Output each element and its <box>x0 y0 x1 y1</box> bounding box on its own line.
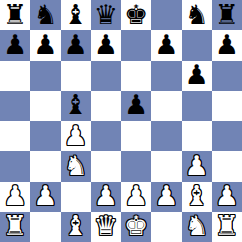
piece-white-pawn[interactable]: ♟ <box>33 182 57 209</box>
square-d4[interactable] <box>91 121 121 151</box>
square-h1[interactable]: ♜ <box>212 212 242 242</box>
piece-white-pawn[interactable]: ♟ <box>124 182 148 209</box>
square-a5[interactable] <box>0 91 30 121</box>
square-e2[interactable]: ♟ <box>121 182 151 212</box>
piece-black-pawn[interactable]: ♟ <box>33 31 57 58</box>
square-d6[interactable] <box>91 61 121 91</box>
piece-black-pawn[interactable]: ♟ <box>185 61 209 88</box>
square-h4[interactable] <box>212 121 242 151</box>
square-g6[interactable]: ♟ <box>182 61 212 91</box>
square-c2[interactable] <box>61 182 91 212</box>
square-c6[interactable] <box>61 61 91 91</box>
piece-black-queen[interactable]: ♛ <box>94 1 118 28</box>
square-a8[interactable]: ♜ <box>0 0 30 30</box>
piece-black-knight[interactable]: ♞ <box>33 1 57 28</box>
piece-black-knight[interactable]: ♞ <box>185 1 209 28</box>
square-c8[interactable]: ♝ <box>61 0 91 30</box>
square-a4[interactable] <box>0 121 30 151</box>
square-g1[interactable]: ♞ <box>182 212 212 242</box>
square-g4[interactable] <box>182 121 212 151</box>
piece-white-pawn[interactable]: ♟ <box>3 182 27 209</box>
square-d7[interactable]: ♟ <box>91 30 121 60</box>
square-h2[interactable]: ♟ <box>212 182 242 212</box>
square-b7[interactable]: ♟ <box>30 30 60 60</box>
square-a7[interactable]: ♟ <box>0 30 30 60</box>
piece-black-pawn[interactable]: ♟ <box>3 31 27 58</box>
square-a3[interactable] <box>0 151 30 181</box>
square-f1[interactable] <box>151 212 181 242</box>
piece-black-pawn[interactable]: ♟ <box>124 91 148 118</box>
piece-black-pawn[interactable]: ♟ <box>94 31 118 58</box>
square-h6[interactable] <box>212 61 242 91</box>
square-f5[interactable] <box>151 91 181 121</box>
square-d1[interactable]: ♛ <box>91 212 121 242</box>
piece-black-bishop[interactable]: ♝ <box>64 91 88 118</box>
square-h3[interactable] <box>212 151 242 181</box>
square-e7[interactable] <box>121 30 151 60</box>
square-g5[interactable] <box>182 91 212 121</box>
piece-black-pawn[interactable]: ♟ <box>64 31 88 58</box>
square-f8[interactable] <box>151 0 181 30</box>
square-a6[interactable] <box>0 61 30 91</box>
square-b6[interactable] <box>30 61 60 91</box>
piece-white-pawn[interactable]: ♟ <box>94 182 118 209</box>
piece-black-pawn[interactable]: ♟ <box>154 31 178 58</box>
piece-black-king[interactable]: ♚ <box>124 1 148 28</box>
chess-board: ♜♞♝♛♚♞♜♟♟♟♟♟♟♟♝♟♟♞♟♟♟♟♟♟♝♟♜♝♛♚♞♜ <box>0 0 242 242</box>
square-c4[interactable]: ♟ <box>61 121 91 151</box>
piece-white-pawn[interactable]: ♟ <box>185 152 209 179</box>
square-d5[interactable] <box>91 91 121 121</box>
square-e1[interactable]: ♚ <box>121 212 151 242</box>
piece-white-pawn[interactable]: ♟ <box>64 122 88 149</box>
square-e8[interactable]: ♚ <box>121 0 151 30</box>
square-f7[interactable]: ♟ <box>151 30 181 60</box>
square-b5[interactable] <box>30 91 60 121</box>
square-f3[interactable] <box>151 151 181 181</box>
square-b1[interactable] <box>30 212 60 242</box>
piece-black-pawn[interactable]: ♟ <box>215 31 239 58</box>
square-g8[interactable]: ♞ <box>182 0 212 30</box>
piece-white-knight[interactable]: ♞ <box>185 212 209 239</box>
square-c3[interactable]: ♞ <box>61 151 91 181</box>
piece-white-rook[interactable]: ♜ <box>215 212 239 239</box>
square-e5[interactable]: ♟ <box>121 91 151 121</box>
square-d2[interactable]: ♟ <box>91 182 121 212</box>
square-a1[interactable]: ♜ <box>0 212 30 242</box>
piece-black-bishop[interactable]: ♝ <box>64 1 88 28</box>
square-h7[interactable]: ♟ <box>212 30 242 60</box>
piece-black-rook[interactable]: ♜ <box>3 1 27 28</box>
square-d3[interactable] <box>91 151 121 181</box>
square-e6[interactable] <box>121 61 151 91</box>
square-b8[interactable]: ♞ <box>30 0 60 30</box>
piece-white-pawn[interactable]: ♟ <box>154 182 178 209</box>
square-f2[interactable]: ♟ <box>151 182 181 212</box>
square-f4[interactable] <box>151 121 181 151</box>
piece-white-king[interactable]: ♚ <box>124 212 148 239</box>
square-d8[interactable]: ♛ <box>91 0 121 30</box>
square-b4[interactable] <box>30 121 60 151</box>
piece-white-bishop[interactable]: ♝ <box>64 212 88 239</box>
square-g2[interactable]: ♝ <box>182 182 212 212</box>
square-a2[interactable]: ♟ <box>0 182 30 212</box>
square-b2[interactable]: ♟ <box>30 182 60 212</box>
square-f6[interactable] <box>151 61 181 91</box>
square-c7[interactable]: ♟ <box>61 30 91 60</box>
piece-white-bishop[interactable]: ♝ <box>185 182 209 209</box>
piece-white-rook[interactable]: ♜ <box>3 212 27 239</box>
square-b3[interactable] <box>30 151 60 181</box>
square-g7[interactable] <box>182 30 212 60</box>
square-h5[interactable] <box>212 91 242 121</box>
piece-white-knight[interactable]: ♞ <box>64 152 88 179</box>
square-c1[interactable]: ♝ <box>61 212 91 242</box>
piece-white-queen[interactable]: ♛ <box>94 212 118 239</box>
square-e3[interactable] <box>121 151 151 181</box>
piece-white-pawn[interactable]: ♟ <box>215 182 239 209</box>
square-e4[interactable] <box>121 121 151 151</box>
square-h8[interactable]: ♜ <box>212 0 242 30</box>
square-g3[interactable]: ♟ <box>182 151 212 181</box>
square-c5[interactable]: ♝ <box>61 91 91 121</box>
piece-black-rook[interactable]: ♜ <box>215 1 239 28</box>
